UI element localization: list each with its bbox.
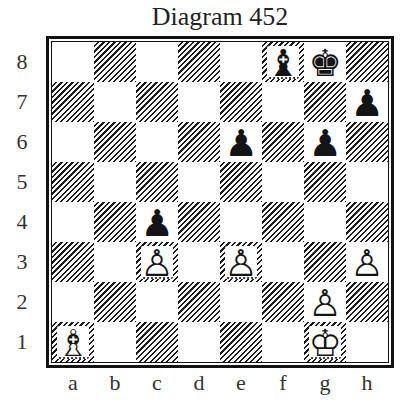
square-b7	[94, 82, 136, 122]
square-e3: ♙	[220, 242, 262, 282]
square-e5	[220, 162, 262, 202]
square-g3	[304, 242, 346, 282]
chess-board: ♝♚♟♟♟♟♙♙♙♙♗♔	[46, 36, 394, 368]
piece-black-pawn-g6: ♟	[304, 123, 346, 163]
square-b8	[94, 42, 136, 82]
board-grid: ♝♚♟♟♟♟♙♙♙♙♗♔	[51, 41, 389, 363]
file-label-d: d	[178, 369, 220, 397]
square-g7	[304, 82, 346, 122]
square-a5	[52, 162, 94, 202]
square-h5	[346, 162, 388, 202]
square-d7	[178, 82, 220, 122]
square-f3	[262, 242, 304, 282]
square-d2	[178, 282, 220, 322]
rank-label-3: 3	[5, 242, 39, 282]
rank-label-1: 1	[5, 322, 39, 362]
rank-label-2: 2	[5, 282, 39, 322]
file-label-e: e	[220, 369, 262, 397]
square-b2	[94, 282, 136, 322]
square-f7	[262, 82, 304, 122]
rank-label-4: 4	[5, 202, 39, 242]
square-e2	[220, 282, 262, 322]
square-a1: ♗	[52, 322, 94, 362]
square-d4	[178, 202, 220, 242]
square-a8	[52, 42, 94, 82]
square-e8	[220, 42, 262, 82]
square-f6	[262, 122, 304, 162]
square-f5	[262, 162, 304, 202]
square-h2	[346, 282, 388, 322]
square-g5	[304, 162, 346, 202]
piece-white-pawn-g2: ♙	[304, 283, 346, 323]
piece-white-pawn-e3: ♙	[220, 243, 262, 283]
square-c6	[136, 122, 178, 162]
square-c3: ♙	[136, 242, 178, 282]
square-e4	[220, 202, 262, 242]
square-h6	[346, 122, 388, 162]
square-e6: ♟	[220, 122, 262, 162]
square-h3: ♙	[346, 242, 388, 282]
square-b1	[94, 322, 136, 362]
square-a3	[52, 242, 94, 282]
square-d8	[178, 42, 220, 82]
square-g2: ♙	[304, 282, 346, 322]
square-g6: ♟	[304, 122, 346, 162]
square-f8: ♝	[262, 42, 304, 82]
square-h7: ♟	[346, 82, 388, 122]
rank-label-5: 5	[5, 162, 39, 202]
piece-black-king-g8: ♚	[304, 43, 346, 83]
piece-white-king-g1: ♔	[304, 323, 346, 363]
square-a7	[52, 82, 94, 122]
piece-white-pawn-c3: ♙	[136, 243, 178, 283]
square-c5	[136, 162, 178, 202]
square-b4	[94, 202, 136, 242]
square-a6	[52, 122, 94, 162]
file-label-c: c	[136, 369, 178, 397]
rank-label-6: 6	[5, 122, 39, 162]
piece-black-bishop-f8: ♝	[262, 43, 304, 83]
square-d1	[178, 322, 220, 362]
square-c2	[136, 282, 178, 322]
square-f4	[262, 202, 304, 242]
square-g1: ♔	[304, 322, 346, 362]
square-a4	[52, 202, 94, 242]
piece-black-pawn-c4: ♟	[136, 203, 178, 243]
square-h1	[346, 322, 388, 362]
file-label-g: g	[304, 369, 346, 397]
square-c8	[136, 42, 178, 82]
piece-white-pawn-h3: ♙	[346, 243, 388, 283]
square-d3	[178, 242, 220, 282]
square-c4: ♟	[136, 202, 178, 242]
piece-black-pawn-h7: ♟	[346, 83, 388, 123]
chess-diagram-page: Diagram 452 87654321 ♝♚♟♟♟♟♙♙♙♙♗♔ abcdef…	[0, 0, 400, 400]
square-g8: ♚	[304, 42, 346, 82]
file-label-h: h	[346, 369, 388, 397]
square-h4	[346, 202, 388, 242]
square-a2	[52, 282, 94, 322]
file-label-f: f	[262, 369, 304, 397]
square-d5	[178, 162, 220, 202]
square-g4	[304, 202, 346, 242]
file-label-a: a	[52, 369, 94, 397]
square-e7	[220, 82, 262, 122]
piece-white-bishop-a1: ♗	[52, 323, 94, 363]
square-b6	[94, 122, 136, 162]
diagram-title: Diagram 452	[46, 2, 394, 32]
square-d6	[178, 122, 220, 162]
square-h8	[346, 42, 388, 82]
square-b3	[94, 242, 136, 282]
square-b5	[94, 162, 136, 202]
square-f1	[262, 322, 304, 362]
square-e1	[220, 322, 262, 362]
rank-label-8: 8	[5, 42, 39, 82]
rank-label-7: 7	[5, 82, 39, 122]
square-c7	[136, 82, 178, 122]
file-label-b: b	[94, 369, 136, 397]
rank-labels: 87654321	[5, 42, 39, 362]
square-f2	[262, 282, 304, 322]
piece-black-pawn-e6: ♟	[220, 123, 262, 163]
file-labels: abcdefgh	[52, 369, 388, 397]
square-c1	[136, 322, 178, 362]
